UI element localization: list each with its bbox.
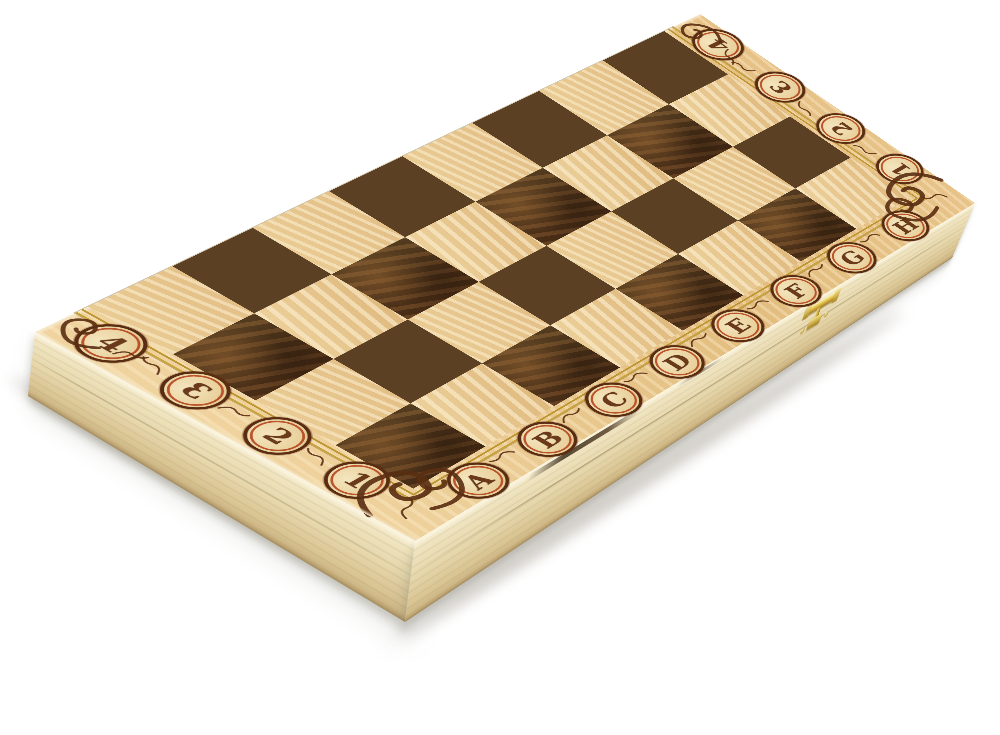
clasp-screw	[799, 327, 805, 335]
vine-flourish	[679, 21, 723, 43]
coordinate-glyph: 3	[765, 78, 796, 96]
vine-flourish	[787, 94, 828, 120]
coordinate-glyph: C	[595, 388, 633, 411]
coordinate-glyph: 2	[256, 424, 299, 447]
clasp-screw	[823, 310, 829, 318]
product-photo-stage: ABCDEFGH43214321	[0, 0, 1000, 735]
coordinate-glyph: B	[527, 427, 567, 451]
vine-flourish	[54, 317, 105, 350]
coordinate-glyph: G	[835, 247, 869, 268]
coordinate-glyph: 2	[826, 119, 856, 137]
coordinate-glyph: F	[780, 281, 812, 301]
coordinate-glyph: E	[721, 315, 756, 336]
coordinate-glyph: 3	[173, 379, 217, 403]
vine-flourish	[847, 135, 887, 161]
